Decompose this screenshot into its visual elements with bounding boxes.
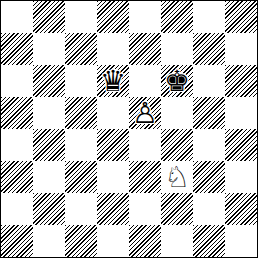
square-c1[interactable] <box>65 225 97 257</box>
square-f7[interactable] <box>161 33 193 65</box>
square-f4[interactable] <box>161 129 193 161</box>
square-c4[interactable] <box>65 129 97 161</box>
chess-board-grid: ♛♚♟♙♞♘ <box>1 1 257 257</box>
square-c6[interactable] <box>65 65 97 97</box>
square-a1[interactable] <box>1 225 33 257</box>
square-g2[interactable] <box>193 193 225 225</box>
square-d3[interactable] <box>97 161 129 193</box>
square-e1[interactable] <box>129 225 161 257</box>
square-c8[interactable] <box>65 1 97 33</box>
square-d4[interactable] <box>97 129 129 161</box>
white-knight-icon: ♘ <box>161 161 193 193</box>
square-f5[interactable] <box>161 97 193 129</box>
square-g8[interactable] <box>193 1 225 33</box>
square-h7[interactable] <box>225 33 257 65</box>
square-h2[interactable] <box>225 193 257 225</box>
square-d7[interactable] <box>97 33 129 65</box>
square-g6[interactable] <box>193 65 225 97</box>
square-e6[interactable] <box>129 65 161 97</box>
square-f2[interactable] <box>161 193 193 225</box>
piece-white-pawn: ♟♙ <box>129 97 161 129</box>
black-queen-icon: ♛ <box>97 65 129 97</box>
square-b7[interactable] <box>33 33 65 65</box>
square-d2[interactable] <box>97 193 129 225</box>
square-e4[interactable] <box>129 129 161 161</box>
square-f6[interactable]: ♚ <box>161 65 193 97</box>
square-g1[interactable] <box>193 225 225 257</box>
square-a8[interactable] <box>1 1 33 33</box>
square-b5[interactable] <box>33 97 65 129</box>
square-d8[interactable] <box>97 1 129 33</box>
square-e7[interactable] <box>129 33 161 65</box>
square-g4[interactable] <box>193 129 225 161</box>
square-h1[interactable] <box>225 225 257 257</box>
square-h8[interactable] <box>225 1 257 33</box>
square-a6[interactable] <box>1 65 33 97</box>
square-d1[interactable] <box>97 225 129 257</box>
piece-black-king: ♚ <box>161 65 193 97</box>
square-h6[interactable] <box>225 65 257 97</box>
square-a2[interactable] <box>1 193 33 225</box>
square-g3[interactable] <box>193 161 225 193</box>
square-c5[interactable] <box>65 97 97 129</box>
square-b4[interactable] <box>33 129 65 161</box>
square-b3[interactable] <box>33 161 65 193</box>
chess-board: ♛♚♟♙♞♘ <box>0 0 258 258</box>
square-a7[interactable] <box>1 33 33 65</box>
square-e3[interactable] <box>129 161 161 193</box>
square-a5[interactable] <box>1 97 33 129</box>
square-d5[interactable] <box>97 97 129 129</box>
square-h3[interactable] <box>225 161 257 193</box>
piece-black-queen: ♛ <box>97 65 129 97</box>
square-b6[interactable] <box>33 65 65 97</box>
square-b2[interactable] <box>33 193 65 225</box>
piece-white-knight: ♞♘ <box>161 161 193 193</box>
square-f3[interactable]: ♞♘ <box>161 161 193 193</box>
square-g5[interactable] <box>193 97 225 129</box>
square-e8[interactable] <box>129 1 161 33</box>
square-h4[interactable] <box>225 129 257 161</box>
square-c7[interactable] <box>65 33 97 65</box>
square-e5[interactable]: ♟♙ <box>129 97 161 129</box>
white-pawn-icon: ♙ <box>129 97 161 129</box>
square-g7[interactable] <box>193 33 225 65</box>
square-f1[interactable] <box>161 225 193 257</box>
square-a4[interactable] <box>1 129 33 161</box>
black-king-icon: ♚ <box>161 65 193 97</box>
square-c3[interactable] <box>65 161 97 193</box>
square-c2[interactable] <box>65 193 97 225</box>
square-b8[interactable] <box>33 1 65 33</box>
square-d6[interactable]: ♛ <box>97 65 129 97</box>
square-h5[interactable] <box>225 97 257 129</box>
square-f8[interactable] <box>161 1 193 33</box>
square-e2[interactable] <box>129 193 161 225</box>
square-a3[interactable] <box>1 161 33 193</box>
square-b1[interactable] <box>33 225 65 257</box>
